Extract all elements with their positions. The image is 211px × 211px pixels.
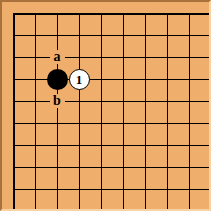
- black-stone: [47, 69, 68, 90]
- go-diagram-frame: 1ab: [0, 0, 211, 211]
- board-points-layer: 1ab: [2, 2, 211, 211]
- white-stone-move-1: 1: [69, 69, 90, 90]
- go-board-grid: 1ab: [13, 13, 209, 209]
- point-label-a: a: [50, 50, 65, 64]
- point-label-b: b: [50, 94, 65, 108]
